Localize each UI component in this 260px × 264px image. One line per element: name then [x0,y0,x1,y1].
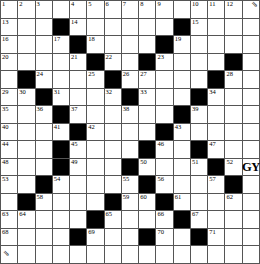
cell-r7c7[interactable] [105,106,121,123]
clue-number: 59 [123,193,130,201]
block-cell-r11c14 [225,176,241,193]
block-cell-r10c4 [53,159,69,176]
clue-number: 41 [54,123,61,131]
cell-r13c3[interactable] [36,211,52,228]
clue-number: 71 [209,228,216,236]
cell-r11c1[interactable]: 53 [1,176,17,193]
cell-r12c3[interactable]: 58 [36,194,52,211]
cell-r13c12[interactable]: 67 [191,211,207,228]
cell-r11c10[interactable]: 56 [156,176,172,193]
cell-r5c9[interactable]: 27 [139,71,155,88]
clue-number: 4 [71,0,74,8]
gutter-cell-r12c15 [243,194,259,211]
cell-r2c5[interactable]: 14 [70,19,86,36]
gutter-cell-r6c15 [243,89,259,106]
cell-r1c10[interactable]: 9 [156,1,172,18]
crossword-grid: 123456789101112⇘131415161718192021222324… [0,0,260,264]
gutter-cell-r1c15: ⇘ [243,1,259,18]
cell-r9c14[interactable] [225,141,241,158]
block-cell-r14c9 [139,229,155,246]
cell-r14c6[interactable]: 69 [87,229,103,246]
clue-number: 50 [140,158,147,166]
cell-r7c5[interactable]: 37 [70,106,86,123]
cell-r10c11[interactable] [174,159,190,176]
clue-number: 10 [192,0,199,8]
gutter-cell-r10c15: GY [243,159,259,176]
cell-r1c1[interactable]: 1 [1,1,17,18]
cell-r13c10[interactable]: 66 [156,211,172,228]
cell-r11c8[interactable]: 55 [122,176,138,193]
gutter-cell-r4c15 [243,54,259,71]
gutter-cell-r15c13 [208,246,224,263]
cell-r2c9[interactable] [139,19,155,36]
cell-r7c2[interactable] [18,106,34,123]
cell-r9c3[interactable] [36,141,52,158]
clue-number: 19 [175,35,182,43]
cell-r1c3[interactable]: 3 [36,1,52,18]
clue-number: 57 [209,175,216,183]
clue-number: 43 [175,123,182,131]
block-cell-r13c11 [174,211,190,228]
cell-r13c14[interactable] [225,211,241,228]
block-cell-r5c13 [208,71,224,88]
continuation-arrow-icon: ⇘ [3,250,10,258]
block-cell-r10c13 [208,159,224,176]
gutter-cell-r9c15 [243,141,259,158]
cell-r4c12[interactable] [191,54,207,71]
gutter-cell-r15c7 [105,246,121,263]
cell-r2c10[interactable] [156,19,172,36]
clue-number: 34 [209,88,216,96]
block-cell-r4c14 [225,54,241,71]
cell-r14c8[interactable] [122,229,138,246]
clue-number: 16 [2,35,9,43]
clue-number: 11 [209,0,215,8]
block-cell-r12c10 [156,194,172,211]
clue-number: 40 [2,123,9,131]
clue-number: 68 [2,228,9,236]
cell-r2c6[interactable] [87,19,103,36]
cell-r3c12[interactable] [191,36,207,53]
cell-r8c11[interactable]: 43 [174,124,190,141]
cell-r2c14[interactable] [225,19,241,36]
gutter-cell-r15c11 [174,246,190,263]
clue-number: 46 [157,140,164,148]
cell-r9c10[interactable]: 46 [156,141,172,158]
block-cell-r3c5 [70,36,86,53]
cell-r8c2[interactable] [18,124,34,141]
cell-r11c5[interactable] [70,176,86,193]
cell-r14c4[interactable] [53,229,69,246]
block-cell-r14c12 [191,229,207,246]
cell-r7c8[interactable]: 38 [122,106,138,123]
cell-r4c4[interactable] [53,54,69,71]
cell-r3c4[interactable]: 17 [53,36,69,53]
clue-number: 55 [123,175,130,183]
cell-r1c14[interactable]: 12 [225,1,241,18]
cell-r6c7[interactable]: 32 [105,89,121,106]
block-cell-r2c4 [53,19,69,36]
clue-number: 65 [106,210,113,218]
cell-r1c13[interactable]: 11 [208,1,224,18]
clue-number: 45 [71,140,78,148]
clue-number: 26 [123,70,130,78]
cell-r9c2[interactable] [18,141,34,158]
block-cell-r8c10 [156,124,172,141]
gutter-cell-r15c8 [122,246,138,263]
cell-r5c4[interactable] [53,71,69,88]
clue-number: 7 [123,0,126,8]
block-cell-r7c4 [53,106,69,123]
gutter-cell-r15c4 [53,246,69,263]
block-cell-r12c7 [105,194,121,211]
block-cell-r10c8 [122,159,138,176]
cell-r6c11[interactable] [174,89,190,106]
clue-number: 13 [2,18,9,26]
cell-r13c4[interactable] [53,211,69,228]
cell-r1c4[interactable] [53,1,69,18]
clue-number: 54 [54,175,61,183]
clue-number: 28 [226,70,233,78]
block-cell-r4c9 [139,54,155,71]
cell-r3c7[interactable] [105,36,121,53]
cell-r11c7[interactable] [105,176,121,193]
cell-r6c13[interactable]: 34 [208,89,224,106]
gutter-cell-r15c12 [191,246,207,263]
cell-r5c6[interactable]: 25 [87,71,103,88]
cell-r2c7[interactable] [105,19,121,36]
clue-number: 51 [192,158,199,166]
cell-r5c1[interactable] [1,71,17,88]
cell-r6c4[interactable]: 31 [53,89,69,106]
cell-r2c13[interactable] [208,19,224,36]
block-cell-r2c11 [174,19,190,36]
cell-r5c3[interactable]: 24 [36,71,52,88]
cell-r13c13[interactable] [208,211,224,228]
clue-number: 63 [2,210,9,218]
clue-number: 42 [88,123,95,131]
cell-r3c2[interactable] [18,36,34,53]
gutter-cell-r14c15 [243,229,259,246]
cell-r10c14[interactable]: 52 [225,159,241,176]
cell-r9c7[interactable] [105,141,121,158]
clue-number: 33 [140,88,147,96]
gutter-cell-r15c2 [18,246,34,263]
cell-r1c6[interactable]: 5 [87,1,103,18]
cell-r1c11[interactable] [174,1,190,18]
cell-r7c14[interactable] [225,106,241,123]
cell-r6c6[interactable] [87,89,103,106]
cell-r3c11[interactable]: 19 [174,36,190,53]
cell-r11c2[interactable] [18,176,34,193]
cell-r13c5[interactable] [70,211,86,228]
block-cell-r3c10 [156,36,172,53]
cell-r4c1[interactable]: 20 [1,54,17,71]
cell-r7c10[interactable] [156,106,172,123]
clue-number: 52 [226,158,233,166]
cell-r4c11[interactable] [174,54,190,71]
cell-r8c7[interactable] [105,124,121,141]
block-cell-r12c2 [18,194,34,211]
cell-r8c14[interactable] [225,124,241,141]
cell-r12c9[interactable]: 60 [139,194,155,211]
cell-r2c2[interactable] [18,19,34,36]
cell-r11c4[interactable]: 54 [53,176,69,193]
cell-r2c12[interactable]: 15 [191,19,207,36]
cell-r10c2[interactable] [18,159,34,176]
cell-r14c7[interactable] [105,229,121,246]
clue-number: 36 [37,105,44,113]
block-cell-r6c12 [191,89,207,106]
cell-r11c13[interactable]: 57 [208,176,224,193]
cell-r13c7[interactable]: 65 [105,211,121,228]
cell-r1c9[interactable]: 8 [139,1,155,18]
gutter-cell-r15c6 [87,246,103,263]
cell-r3c9[interactable] [139,36,155,53]
clue-number: 67 [192,210,199,218]
cell-r1c12[interactable]: 10 [191,1,207,18]
clue-number: 29 [2,88,9,96]
cell-r5c12[interactable] [191,71,207,88]
gutter-cell-r15c9 [139,246,155,263]
cell-r8c13[interactable] [208,124,224,141]
cell-r5c14[interactable]: 28 [225,71,241,88]
clue-number: 30 [19,88,26,96]
cell-r14c1[interactable]: 68 [1,229,17,246]
cell-r1c8[interactable]: 7 [122,1,138,18]
cell-r3c8[interactable] [122,36,138,53]
gutter-cell-r7c15 [243,106,259,123]
block-cell-r4c6 [87,54,103,71]
gutter-cell-r8c15 [243,124,259,141]
cell-r6c9[interactable]: 33 [139,89,155,106]
cell-r6c2[interactable]: 30 [18,89,34,106]
cell-r13c9[interactable] [139,211,155,228]
block-cell-r6c8 [122,89,138,106]
gutter-cell-r15c15 [243,246,259,263]
clue-number: 25 [88,70,95,78]
cell-r9c5[interactable]: 45 [70,141,86,158]
block-cell-r9c12 [191,141,207,158]
cell-r4c3[interactable] [36,54,52,71]
block-cell-r7c11 [174,106,190,123]
cell-r12c1[interactable] [1,194,17,211]
gutter-cell-r15c3 [36,246,52,263]
cell-r7c9[interactable] [139,106,155,123]
clue-number: 31 [54,88,61,96]
cell-r4c2[interactable] [18,54,34,71]
digraph-hint-gy: GY [243,159,259,176]
cell-r7c3[interactable]: 36 [36,106,52,123]
cell-r10c5[interactable]: 49 [70,159,86,176]
clue-number: 18 [88,35,95,43]
cell-r14c3[interactable] [36,229,52,246]
cell-r7c6[interactable] [87,106,103,123]
clue-number: 27 [140,70,147,78]
cell-r4c7[interactable]: 22 [105,54,121,71]
cell-r13c1[interactable]: 63 [1,211,17,228]
cell-r2c3[interactable] [36,19,52,36]
cell-r10c1[interactable]: 48 [1,159,17,176]
block-cell-r8c5 [70,124,86,141]
cell-r4c5[interactable]: 21 [70,54,86,71]
cell-r10c10[interactable] [156,159,172,176]
clue-number: 48 [2,158,9,166]
clue-number: 58 [37,193,44,201]
clue-number: 62 [226,193,233,201]
clue-number: 39 [192,105,199,113]
cell-r10c7[interactable] [105,159,121,176]
cell-r1c5[interactable]: 4 [70,1,86,18]
cell-r12c12[interactable] [191,194,207,211]
cell-r7c1[interactable]: 35 [1,106,17,123]
clue-number: 56 [157,175,164,183]
cell-r10c9[interactable]: 50 [139,159,155,176]
cell-r7c12[interactable]: 39 [191,106,207,123]
cell-r14c11[interactable] [174,229,190,246]
clue-number: 70 [157,228,164,236]
clue-number: 64 [19,210,26,218]
cell-r14c14[interactable] [225,229,241,246]
block-cell-r11c9 [139,176,155,193]
block-cell-r9c4 [53,141,69,158]
cell-r3c1[interactable]: 16 [1,36,17,53]
cell-r12c5[interactable] [70,194,86,211]
cell-r9c8[interactable] [122,141,138,158]
cell-r3c6[interactable]: 18 [87,36,103,53]
cell-r12c11[interactable]: 61 [174,194,190,211]
cell-r10c3[interactable] [36,159,52,176]
clue-number: 53 [2,175,9,183]
cell-r6c5[interactable] [70,89,86,106]
cell-r7c13[interactable] [208,106,224,123]
cell-r10c12[interactable]: 51 [191,159,207,176]
cell-r6c10[interactable] [156,89,172,106]
cell-r6c1[interactable]: 29 [1,89,17,106]
cell-r6c14[interactable] [225,89,241,106]
clue-number: 17 [54,35,61,43]
gutter-cell-r3c15 [243,36,259,53]
cell-r2c8[interactable] [122,19,138,36]
block-cell-r5c7 [105,71,121,88]
cell-r8c3[interactable] [36,124,52,141]
clue-number: 3 [37,0,40,8]
clue-number: 49 [71,158,78,166]
cell-r3c14[interactable] [225,36,241,53]
block-cell-r9c9 [139,141,155,158]
cell-r8c1[interactable]: 40 [1,124,17,141]
clue-number: 37 [71,105,78,113]
gutter-cell-r15c10 [156,246,172,263]
cell-r1c2[interactable]: 2 [18,1,34,18]
cell-r5c8[interactable]: 26 [122,71,138,88]
cell-r12c8[interactable]: 59 [122,194,138,211]
gutter-cell-r11c15 [243,176,259,193]
continuation-arrow-icon: ⇘ [251,1,258,9]
clue-number: 14 [71,18,78,26]
clue-number: 47 [209,140,216,148]
gutter-cell-r2c15 [243,19,259,36]
cell-r8c4[interactable]: 41 [53,124,69,141]
cell-r5c10[interactable] [156,71,172,88]
clue-number: 20 [2,53,9,61]
cell-r8c9[interactable] [139,124,155,141]
clue-number: 61 [175,193,182,201]
cell-r3c13[interactable] [208,36,224,53]
clue-number: 60 [140,193,147,201]
cell-r13c2[interactable]: 64 [18,211,34,228]
crossword-screenshot: 123456789101112⇘131415161718192021222324… [0,0,260,264]
cell-r11c12[interactable] [191,176,207,193]
cell-r14c13[interactable]: 71 [208,229,224,246]
cell-r8c8[interactable] [122,124,138,141]
cell-r12c14[interactable]: 62 [225,194,241,211]
cell-r13c8[interactable] [122,211,138,228]
block-cell-r5c2 [18,71,34,88]
block-cell-r14c5 [70,229,86,246]
cell-r9c11[interactable] [174,141,190,158]
clue-number: 35 [2,105,9,113]
gutter-cell-r15c14 [225,246,241,263]
clue-number: 32 [106,88,113,96]
clue-number: 1 [2,0,5,8]
cell-r8c6[interactable]: 42 [87,124,103,141]
block-cell-r11c3 [36,176,52,193]
cell-r4c10[interactable]: 23 [156,54,172,71]
clue-number: 9 [157,0,160,8]
cell-r4c13[interactable] [208,54,224,71]
clue-number: 22 [106,53,113,61]
clue-number: 24 [37,70,44,78]
cell-r12c6[interactable] [87,194,103,211]
clue-number: 5 [88,0,91,8]
cell-r1c7[interactable]: 6 [105,1,121,18]
gutter-cell-r13c15 [243,211,259,228]
cell-r5c5[interactable] [70,71,86,88]
clue-number: 8 [140,0,143,8]
cell-r2c1[interactable]: 13 [1,19,17,36]
cell-r9c6[interactable] [87,141,103,158]
cell-r8c12[interactable] [191,124,207,141]
cell-r5c11[interactable] [174,71,190,88]
cell-r14c2[interactable] [18,229,34,246]
cell-r12c13[interactable] [208,194,224,211]
clue-number: 69 [88,228,95,236]
cell-r14c10[interactable]: 70 [156,229,172,246]
cell-r11c11[interactable] [174,176,190,193]
clue-number: 6 [106,0,109,8]
cell-r3c3[interactable] [36,36,52,53]
clue-number: 23 [157,53,164,61]
gutter-cell-r15c5 [70,246,86,263]
clue-number: 44 [2,140,9,148]
cell-r9c13[interactable]: 47 [208,141,224,158]
clue-number: 66 [157,210,164,218]
cell-r9c1[interactable]: 44 [1,141,17,158]
cell-r12c4[interactable] [53,194,69,211]
cell-r4c8[interactable] [122,54,138,71]
clue-number: 2 [19,0,22,8]
clue-number: 15 [192,18,199,26]
cell-r11c6[interactable] [87,176,103,193]
clue-number: 12 [226,0,233,8]
gutter-cell-r15c1: ⇘ [1,246,17,263]
gutter-cell-r5c15 [243,71,259,88]
block-cell-r13c6 [87,211,103,228]
block-cell-r6c3 [36,89,52,106]
clue-number: 21 [71,53,78,61]
cell-r10c6[interactable] [87,159,103,176]
